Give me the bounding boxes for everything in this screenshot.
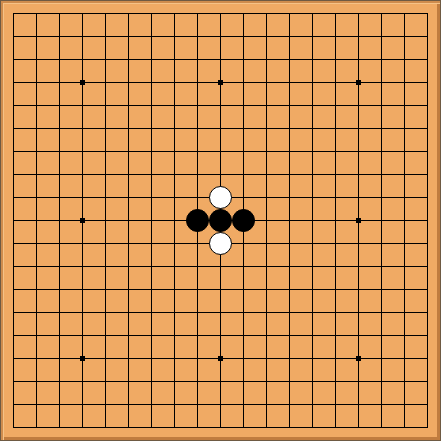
grid-cell <box>381 174 404 197</box>
grid-cell <box>266 335 289 358</box>
grid-cell <box>82 59 105 82</box>
grid-cell <box>312 266 335 289</box>
grid-cell <box>243 82 266 105</box>
grid-cell <box>404 13 427 36</box>
grid-cell <box>289 289 312 312</box>
grid-cell <box>82 36 105 59</box>
grid-cell <box>266 289 289 312</box>
grid-cell <box>381 151 404 174</box>
grid-cell <box>105 312 128 335</box>
grid-cell <box>128 381 151 404</box>
grid-cell <box>174 266 197 289</box>
grid-cell <box>197 105 220 128</box>
grid-cell <box>105 13 128 36</box>
black-stone <box>232 209 255 232</box>
grid-cell <box>128 59 151 82</box>
grid-cell <box>312 82 335 105</box>
grid-cell <box>128 266 151 289</box>
grid-cell <box>381 312 404 335</box>
grid-cell <box>266 220 289 243</box>
grid-cell <box>128 13 151 36</box>
grid-cell <box>13 266 36 289</box>
grid-cell <box>197 335 220 358</box>
white-stone <box>209 186 232 209</box>
grid-cell <box>174 243 197 266</box>
grid-cell <box>59 220 82 243</box>
grid-cell <box>358 243 381 266</box>
grid-cell <box>358 82 381 105</box>
grid-cell <box>335 243 358 266</box>
grid-cell <box>36 266 59 289</box>
grid-cell <box>82 266 105 289</box>
grid-cell <box>197 358 220 381</box>
grid-cell <box>404 266 427 289</box>
grid-cell <box>312 197 335 220</box>
grid-cell <box>358 289 381 312</box>
grid-cell <box>358 151 381 174</box>
grid-cell <box>289 151 312 174</box>
grid-cell <box>151 266 174 289</box>
grid-cell <box>335 312 358 335</box>
grid-cell <box>266 13 289 36</box>
grid-cell <box>220 105 243 128</box>
grid-cell <box>13 151 36 174</box>
grid-cell <box>174 335 197 358</box>
grid-cell <box>289 358 312 381</box>
grid-cell <box>151 105 174 128</box>
grid-cell <box>59 105 82 128</box>
star-point <box>356 218 361 223</box>
star-point <box>356 80 361 85</box>
grid-cell <box>36 243 59 266</box>
grid-cell <box>312 220 335 243</box>
grid-cell <box>59 243 82 266</box>
grid-cell <box>266 358 289 381</box>
grid-cell <box>220 312 243 335</box>
grid-cell <box>174 404 197 427</box>
grid-cell <box>243 312 266 335</box>
grid-cell <box>266 243 289 266</box>
grid-cell <box>381 266 404 289</box>
grid-cell <box>151 220 174 243</box>
grid-cell <box>243 289 266 312</box>
grid-cell <box>220 128 243 151</box>
grid-cell <box>289 312 312 335</box>
grid-cell <box>404 105 427 128</box>
grid-cell <box>266 381 289 404</box>
grid-cell <box>82 82 105 105</box>
grid-cell <box>151 82 174 105</box>
grid-cell <box>59 266 82 289</box>
grid-cell <box>220 59 243 82</box>
star-point <box>80 218 85 223</box>
grid-cell <box>36 105 59 128</box>
grid-cell <box>174 312 197 335</box>
grid-cell <box>128 289 151 312</box>
grid-cell <box>220 13 243 36</box>
grid-cell <box>404 197 427 220</box>
grid-cell <box>82 381 105 404</box>
grid-cell <box>82 105 105 128</box>
grid-cell <box>312 289 335 312</box>
grid-cell <box>220 289 243 312</box>
grid-cell <box>335 381 358 404</box>
grid-cell <box>105 266 128 289</box>
grid-cell <box>312 381 335 404</box>
grid-cell <box>381 381 404 404</box>
grid-cell <box>128 404 151 427</box>
grid-cell <box>335 289 358 312</box>
grid-cell <box>151 13 174 36</box>
grid-cell <box>59 335 82 358</box>
grid-cell <box>243 59 266 82</box>
grid-cell <box>36 82 59 105</box>
star-point <box>218 356 223 361</box>
grid-cell <box>36 151 59 174</box>
grid-cell <box>312 36 335 59</box>
grid-cell <box>36 59 59 82</box>
grid-cell <box>243 335 266 358</box>
star-point <box>356 356 361 361</box>
grid-cell <box>312 13 335 36</box>
grid-cell <box>381 358 404 381</box>
grid-cell <box>128 243 151 266</box>
grid-cell <box>59 358 82 381</box>
grid-cell <box>404 59 427 82</box>
grid-cell <box>220 404 243 427</box>
grid-cell <box>151 197 174 220</box>
grid-cell <box>174 59 197 82</box>
grid-cell <box>151 59 174 82</box>
grid-cell <box>243 404 266 427</box>
grid-cell <box>266 174 289 197</box>
grid-cell <box>128 312 151 335</box>
grid-cell <box>36 128 59 151</box>
grid-cell <box>105 128 128 151</box>
grid-cell <box>128 105 151 128</box>
grid-cell <box>312 335 335 358</box>
grid-cell <box>220 358 243 381</box>
grid-cell <box>358 381 381 404</box>
grid-cell <box>128 174 151 197</box>
white-stone <box>209 232 232 255</box>
grid-cell <box>151 358 174 381</box>
grid-cell <box>335 105 358 128</box>
grid-cell <box>59 289 82 312</box>
grid-cell <box>105 220 128 243</box>
grid-cell <box>266 151 289 174</box>
grid-cell <box>289 174 312 197</box>
grid-cell <box>335 358 358 381</box>
grid-cell <box>82 197 105 220</box>
grid-cell <box>289 59 312 82</box>
grid-cell <box>128 220 151 243</box>
grid-cell <box>335 404 358 427</box>
grid-cell <box>312 59 335 82</box>
grid-cell <box>128 358 151 381</box>
grid-cell <box>381 220 404 243</box>
grid-cell <box>151 335 174 358</box>
grid-cell <box>105 289 128 312</box>
grid-cell <box>220 36 243 59</box>
grid-cell <box>59 13 82 36</box>
grid-cell <box>59 82 82 105</box>
grid-cell <box>289 381 312 404</box>
grid-cell <box>13 312 36 335</box>
grid-cell <box>312 128 335 151</box>
grid-cell <box>13 59 36 82</box>
grid-cell <box>36 289 59 312</box>
grid-cell <box>312 151 335 174</box>
grid-cell <box>358 36 381 59</box>
grid-cell <box>13 36 36 59</box>
star-point <box>80 80 85 85</box>
grid-cell <box>59 36 82 59</box>
grid-cell <box>312 404 335 427</box>
grid-cell <box>82 358 105 381</box>
grid-cell <box>312 243 335 266</box>
grid-cell <box>82 289 105 312</box>
grid-cell <box>381 243 404 266</box>
grid-cell <box>243 36 266 59</box>
grid-cell <box>289 82 312 105</box>
black-stone <box>186 209 209 232</box>
grid-cell <box>82 312 105 335</box>
grid-cell <box>174 105 197 128</box>
grid-cell <box>220 381 243 404</box>
grid-cell <box>151 36 174 59</box>
grid-cell <box>312 358 335 381</box>
grid-cell <box>289 220 312 243</box>
grid-cell <box>13 358 36 381</box>
grid-cell <box>335 335 358 358</box>
grid-cell <box>105 82 128 105</box>
grid-cell <box>36 220 59 243</box>
grid-cell <box>243 128 266 151</box>
grid-cell <box>105 358 128 381</box>
grid-cell <box>36 404 59 427</box>
grid-cell <box>220 266 243 289</box>
grid-cell <box>266 404 289 427</box>
grid-cell <box>381 197 404 220</box>
grid-cell <box>220 335 243 358</box>
grid-cell <box>381 105 404 128</box>
grid-cell <box>266 197 289 220</box>
grid-cell <box>13 82 36 105</box>
grid-cell <box>381 36 404 59</box>
grid-cell <box>289 128 312 151</box>
grid-cell <box>243 381 266 404</box>
grid-cell <box>36 335 59 358</box>
grid-cell <box>289 243 312 266</box>
grid-cell <box>243 266 266 289</box>
grid-cell <box>128 36 151 59</box>
grid-cell <box>105 381 128 404</box>
grid-cell <box>335 266 358 289</box>
grid-cell <box>404 335 427 358</box>
grid-cell <box>59 381 82 404</box>
grid-cell <box>36 358 59 381</box>
grid-cell <box>174 174 197 197</box>
grid-cell <box>404 174 427 197</box>
grid-cell <box>404 151 427 174</box>
grid-cell <box>335 197 358 220</box>
grid-cell <box>151 312 174 335</box>
grid-cell <box>358 266 381 289</box>
grid-cell <box>335 174 358 197</box>
grid-cell <box>289 13 312 36</box>
grid-cell <box>220 82 243 105</box>
grid-cell <box>13 197 36 220</box>
go-board <box>0 0 441 441</box>
grid-cell <box>105 243 128 266</box>
grid-cell <box>404 128 427 151</box>
grid-cell <box>289 197 312 220</box>
grid-cell <box>243 174 266 197</box>
grid-cell <box>59 404 82 427</box>
grid-cell <box>151 128 174 151</box>
grid-cell <box>197 82 220 105</box>
grid-cell <box>243 151 266 174</box>
grid-cell <box>13 381 36 404</box>
grid-cell <box>36 197 59 220</box>
grid-cell <box>289 36 312 59</box>
grid-cell <box>151 243 174 266</box>
grid-cell <box>59 174 82 197</box>
grid-cell <box>335 82 358 105</box>
grid-cell <box>197 266 220 289</box>
grid-cell <box>174 289 197 312</box>
grid-cell <box>13 335 36 358</box>
grid-cell <box>266 128 289 151</box>
grid-cell <box>82 404 105 427</box>
grid-cell <box>59 312 82 335</box>
grid-cell <box>404 381 427 404</box>
grid-cell <box>335 151 358 174</box>
grid-cell <box>105 36 128 59</box>
grid-cell <box>59 197 82 220</box>
grid-cell <box>151 404 174 427</box>
grid-cell <box>404 404 427 427</box>
grid-cell <box>82 335 105 358</box>
grid-cell <box>128 151 151 174</box>
grid-cell <box>312 105 335 128</box>
grid-cell <box>289 404 312 427</box>
grid-cell <box>36 36 59 59</box>
grid-cell <box>59 128 82 151</box>
grid-cell <box>82 128 105 151</box>
grid-cell <box>197 36 220 59</box>
grid-cell <box>381 335 404 358</box>
grid-cell <box>358 105 381 128</box>
grid-cell <box>266 266 289 289</box>
grid-cell <box>266 36 289 59</box>
grid-cell <box>59 151 82 174</box>
grid-cell <box>289 105 312 128</box>
grid-cell <box>335 220 358 243</box>
grid-cell <box>128 128 151 151</box>
grid-cell <box>404 358 427 381</box>
grid-cell <box>289 266 312 289</box>
grid-cell <box>243 13 266 36</box>
grid-cell <box>312 312 335 335</box>
grid-cell <box>381 59 404 82</box>
grid-cell <box>197 312 220 335</box>
grid-cell <box>335 13 358 36</box>
grid-cell <box>381 13 404 36</box>
grid-cell <box>174 151 197 174</box>
grid-cell <box>358 13 381 36</box>
grid-cell <box>197 128 220 151</box>
grid-cell <box>36 174 59 197</box>
grid-cell <box>36 312 59 335</box>
grid-cell <box>174 13 197 36</box>
grid-cell <box>266 82 289 105</box>
grid-cell <box>59 59 82 82</box>
grid-cell <box>358 358 381 381</box>
grid-cell <box>381 289 404 312</box>
star-point <box>218 80 223 85</box>
grid-cell <box>36 381 59 404</box>
grid-cell <box>197 404 220 427</box>
grid-cell <box>197 59 220 82</box>
grid-cell <box>266 105 289 128</box>
grid-cell <box>174 381 197 404</box>
grid-cell <box>36 13 59 36</box>
grid-cell <box>404 36 427 59</box>
grid-cell <box>174 128 197 151</box>
grid-cell <box>82 243 105 266</box>
grid-cell <box>381 404 404 427</box>
black-stone <box>209 209 232 232</box>
grid-cell <box>381 82 404 105</box>
grid-cell <box>197 151 220 174</box>
grid-cell <box>358 312 381 335</box>
grid-cell <box>174 358 197 381</box>
grid-cell <box>174 82 197 105</box>
grid-cell <box>358 220 381 243</box>
grid-cell <box>243 358 266 381</box>
grid-cell <box>197 289 220 312</box>
grid-cell <box>289 335 312 358</box>
grid-cell <box>105 105 128 128</box>
grid-cell <box>128 197 151 220</box>
grid-cell <box>105 174 128 197</box>
grid-cell <box>358 335 381 358</box>
grid-cell <box>82 220 105 243</box>
grid-cell <box>105 404 128 427</box>
grid-cell <box>13 128 36 151</box>
grid-cell <box>82 174 105 197</box>
grid-cell <box>243 243 266 266</box>
grid-cell <box>358 197 381 220</box>
grid-cell <box>151 381 174 404</box>
grid-cell <box>197 13 220 36</box>
grid-cell <box>151 151 174 174</box>
grid-cell <box>13 105 36 128</box>
grid-cell <box>13 13 36 36</box>
grid-cell <box>105 335 128 358</box>
grid-cell <box>13 404 36 427</box>
grid-cell <box>358 404 381 427</box>
grid-cell <box>105 59 128 82</box>
grid-cell <box>335 59 358 82</box>
grid-cell <box>266 312 289 335</box>
grid-cell <box>312 174 335 197</box>
grid-cell <box>358 174 381 197</box>
grid-cell <box>404 220 427 243</box>
grid-cell <box>381 128 404 151</box>
